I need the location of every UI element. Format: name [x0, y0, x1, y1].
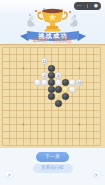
- stone-black: [62, 93, 69, 100]
- replay-icon: ⟳: [94, 172, 98, 178]
- move-number-label: 4: [44, 74, 46, 78]
- stone-white: [55, 79, 62, 86]
- close-icon[interactable]: ◉: [94, 2, 98, 9]
- stone-white: [34, 79, 41, 86]
- share-icon: ↗: [7, 172, 11, 178]
- stone-black: [62, 79, 69, 86]
- gomoku-board[interactable]: 1246102: [0, 43, 105, 148]
- replay-button[interactable]: ⟳: [91, 170, 101, 180]
- stone-black: [48, 93, 55, 100]
- stone-black: [55, 86, 62, 93]
- stone-black: [55, 100, 62, 107]
- stone-white: [69, 79, 76, 86]
- move-number-label: 6: [58, 74, 60, 78]
- capsule-divider: [87, 4, 88, 8]
- stone-black: [48, 79, 55, 86]
- leaderboard-button[interactable]: 查看排行榜: [33, 164, 73, 173]
- app-screen: ⋯ ◉: [0, 0, 105, 185]
- share-button[interactable]: ↗: [4, 170, 14, 180]
- board-grid[interactable]: 1246102: [0, 44, 105, 148]
- move-number-label: 12: [43, 60, 47, 64]
- stone-black: [48, 65, 55, 72]
- stone-white: [69, 86, 76, 93]
- move-number-label: 10: [78, 81, 82, 85]
- stone-black: [48, 86, 55, 93]
- move-number-label: 2: [58, 95, 60, 99]
- stone-white-highlighted: [62, 86, 69, 93]
- stone-white: [41, 79, 48, 86]
- stone-black: [48, 72, 55, 79]
- next-level-button[interactable]: 下一关: [36, 152, 69, 162]
